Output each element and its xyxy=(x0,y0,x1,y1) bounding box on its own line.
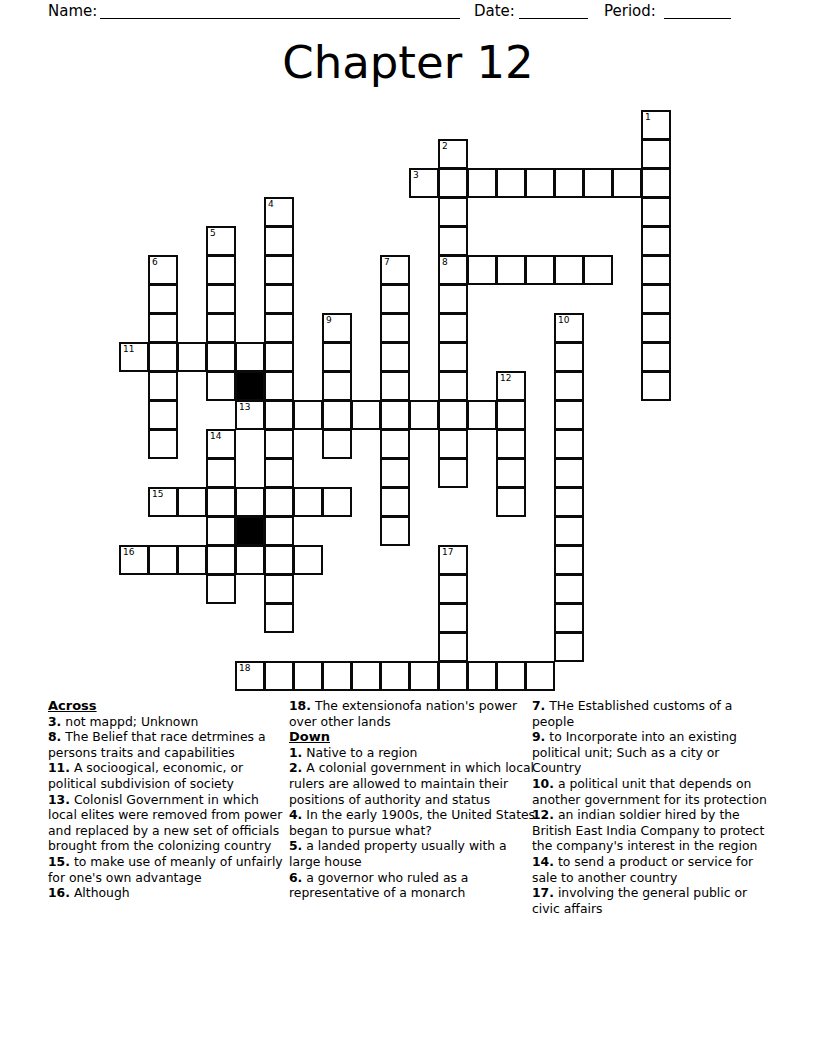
clue-12-down: 12. an indian soldier hired by the Briti… xyxy=(532,807,772,854)
grid-cell[interactable] xyxy=(641,168,671,198)
grid-cell[interactable] xyxy=(206,342,236,372)
grid-cell[interactable] xyxy=(206,313,236,343)
grid-cell[interactable] xyxy=(351,400,381,430)
clue-number: 14 xyxy=(210,431,221,441)
clue-number: 16 xyxy=(123,547,134,557)
grid-cell[interactable]: 10 xyxy=(554,313,584,343)
black-cell xyxy=(235,371,265,401)
grid-cell[interactable]: 12 xyxy=(496,371,526,401)
clue-number: 7 xyxy=(384,257,390,267)
grid-cell[interactable] xyxy=(438,168,468,198)
grid-cell[interactable]: 15 xyxy=(148,487,178,517)
grid-cell[interactable] xyxy=(206,574,236,604)
grid-cell[interactable] xyxy=(322,342,352,372)
grid-cell[interactable] xyxy=(264,661,294,691)
grid-cell[interactable] xyxy=(525,255,555,285)
grid-cell[interactable] xyxy=(177,545,207,575)
grid-cell[interactable] xyxy=(264,342,294,372)
grid-cell[interactable] xyxy=(496,487,526,517)
clue-number: 12 xyxy=(500,373,511,383)
clue-number: 6 xyxy=(152,257,158,267)
clue-number: 13 xyxy=(239,402,250,412)
grid-cell[interactable] xyxy=(264,313,294,343)
clue-2-down: 2. A colonial government in which local … xyxy=(289,760,538,807)
grid-cell[interactable]: 11 xyxy=(119,342,149,372)
grid-cell[interactable] xyxy=(496,400,526,430)
clue-6-down: 6. a governor who ruled as a representat… xyxy=(289,870,538,901)
clue-column-1: Across3. not mappd; Unknown8. The Belief… xyxy=(48,698,286,901)
clue-number: 3 xyxy=(413,170,419,180)
grid-cell[interactable] xyxy=(641,139,671,169)
grid-cell[interactable]: 17 xyxy=(438,545,468,575)
down-header: Down xyxy=(289,729,538,745)
clue-number: 5 xyxy=(210,228,216,238)
grid-cell[interactable] xyxy=(177,342,207,372)
grid-cell[interactable] xyxy=(554,371,584,401)
clue-13-across: 13. Colonisl Government in which local e… xyxy=(48,792,286,854)
grid-cell[interactable] xyxy=(264,603,294,633)
grid-cell[interactable] xyxy=(496,661,526,691)
grid-cell[interactable] xyxy=(322,661,352,691)
clue-1-down: 1. Native to a region xyxy=(289,745,538,761)
grid-cell[interactable]: 6 xyxy=(148,255,178,285)
clue-9-down: 9. to Incorporate into an existing polit… xyxy=(532,729,772,776)
grid-cell[interactable]: 3 xyxy=(409,168,439,198)
grid-cell[interactable] xyxy=(554,603,584,633)
grid-cell[interactable] xyxy=(293,661,323,691)
grid-cell[interactable] xyxy=(206,516,236,546)
page-title: Chapter 12 xyxy=(0,36,816,89)
worksheet-page: Name: Date: Period: Chapter 12 123456789… xyxy=(0,0,816,1056)
grid-cell[interactable] xyxy=(438,632,468,662)
grid-cell[interactable] xyxy=(554,400,584,430)
clue-number: 10 xyxy=(558,315,569,325)
clue-number: 18 xyxy=(239,663,250,673)
grid-cell[interactable] xyxy=(322,487,352,517)
grid-cell[interactable] xyxy=(583,255,613,285)
grid-cell[interactable] xyxy=(438,197,468,227)
grid-cell[interactable] xyxy=(438,313,468,343)
date-field[interactable] xyxy=(519,2,588,19)
grid-cell[interactable] xyxy=(554,255,584,285)
clue-15-across: 15. to make use of meanly of unfairly fo… xyxy=(48,854,286,885)
clue-10-down: 10. a political unit that depends on ano… xyxy=(532,776,772,807)
name-label: Name: xyxy=(48,2,97,20)
grid-cell[interactable] xyxy=(380,371,410,401)
grid-cell[interactable]: 4 xyxy=(264,197,294,227)
grid-cell[interactable] xyxy=(264,429,294,459)
grid-cell[interactable] xyxy=(641,284,671,314)
grid-cell[interactable] xyxy=(438,284,468,314)
grid-cell[interactable] xyxy=(351,661,381,691)
grid-cell[interactable] xyxy=(206,545,236,575)
clue-3-across: 3. not mappd; Unknown xyxy=(48,714,286,730)
grid-cell[interactable] xyxy=(525,661,555,691)
clue-number: 11 xyxy=(123,344,134,354)
clue-number: 1 xyxy=(645,112,651,122)
grid-cell[interactable] xyxy=(438,603,468,633)
grid-cell[interactable] xyxy=(554,632,584,662)
grid-cell[interactable] xyxy=(438,458,468,488)
grid-cell[interactable] xyxy=(148,342,178,372)
grid-cell[interactable] xyxy=(148,400,178,430)
grid-cell[interactable] xyxy=(148,371,178,401)
worksheet-header: Name: Date: Period: xyxy=(0,0,816,26)
grid-cell[interactable] xyxy=(438,226,468,256)
grid-cell[interactable] xyxy=(177,487,207,517)
grid-cell[interactable] xyxy=(496,458,526,488)
grid-cell[interactable] xyxy=(264,255,294,285)
grid-cell[interactable] xyxy=(612,168,642,198)
grid-cell[interactable] xyxy=(554,545,584,575)
clue-14-down: 14. to send a product or service for sal… xyxy=(532,854,772,885)
grid-cell[interactable] xyxy=(409,400,439,430)
date-label: Date: xyxy=(474,2,515,20)
grid-cell[interactable] xyxy=(380,487,410,517)
grid-cell[interactable] xyxy=(496,168,526,198)
grid-cell[interactable] xyxy=(380,284,410,314)
clue-number: 17 xyxy=(442,547,453,557)
grid-cell[interactable] xyxy=(322,371,352,401)
clue-number: 8 xyxy=(442,257,448,267)
grid-cell[interactable] xyxy=(554,458,584,488)
grid-cell[interactable]: 5 xyxy=(206,226,236,256)
grid-cell[interactable] xyxy=(554,342,584,372)
clue-number: 2 xyxy=(442,141,448,151)
period-label: Period: xyxy=(604,2,656,20)
clue-number: 9 xyxy=(326,315,332,325)
grid-cell[interactable]: 9 xyxy=(322,313,352,343)
grid-cell[interactable] xyxy=(554,168,584,198)
grid-cell[interactable] xyxy=(380,400,410,430)
grid-cell[interactable] xyxy=(264,284,294,314)
clue-column-2: 18. The extensionofa nation's power over… xyxy=(289,698,538,901)
grid-cell[interactable] xyxy=(148,545,178,575)
grid-cell[interactable] xyxy=(467,400,497,430)
grid-cell[interactable] xyxy=(264,516,294,546)
period-field[interactable] xyxy=(664,2,731,19)
grid-cell[interactable] xyxy=(235,342,265,372)
grid-cell[interactable] xyxy=(148,313,178,343)
clue-11-across: 11. A socioogical, economic, or politica… xyxy=(48,760,286,791)
black-cell xyxy=(235,516,265,546)
grid-cell[interactable] xyxy=(264,371,294,401)
grid-cell[interactable] xyxy=(264,458,294,488)
grid-cell[interactable] xyxy=(641,197,671,227)
name-field[interactable] xyxy=(100,2,460,19)
grid-cell[interactable] xyxy=(206,458,236,488)
clue-column-3: 7. THe Established customs of a people9.… xyxy=(532,698,772,916)
grid-cell[interactable] xyxy=(409,661,439,691)
grid-cell[interactable] xyxy=(264,574,294,604)
grid-cell[interactable] xyxy=(467,168,497,198)
grid-cell[interactable] xyxy=(264,400,294,430)
grid-cell[interactable] xyxy=(206,371,236,401)
across-header: Across xyxy=(48,698,286,714)
grid-cell[interactable] xyxy=(641,255,671,285)
grid-cell[interactable] xyxy=(554,574,584,604)
grid-cell[interactable] xyxy=(496,255,526,285)
grid-cell[interactable] xyxy=(380,516,410,546)
grid-cell[interactable] xyxy=(148,429,178,459)
grid-cell[interactable] xyxy=(206,284,236,314)
grid-cell[interactable] xyxy=(496,429,526,459)
grid-cell[interactable] xyxy=(641,371,671,401)
grid-cell[interactable] xyxy=(525,168,555,198)
grid-cell[interactable]: 1 xyxy=(641,110,671,140)
grid-cell[interactable] xyxy=(438,371,468,401)
grid-cell[interactable] xyxy=(380,429,410,459)
grid-cell[interactable]: 16 xyxy=(119,545,149,575)
grid-cell[interactable] xyxy=(554,429,584,459)
grid-cell[interactable]: 2 xyxy=(438,139,468,169)
clue-16-across: 16. Although xyxy=(48,885,286,901)
grid-cell[interactable] xyxy=(438,661,468,691)
grid-cell[interactable] xyxy=(438,429,468,459)
grid-cell[interactable] xyxy=(322,400,352,430)
grid-cell[interactable] xyxy=(264,545,294,575)
grid-cell[interactable]: 7 xyxy=(380,255,410,285)
grid-cell[interactable] xyxy=(264,226,294,256)
grid-cell[interactable] xyxy=(235,487,265,517)
grid-cell[interactable] xyxy=(438,342,468,372)
clue-17-down: 17. involving the general public or civi… xyxy=(532,885,772,916)
clue-8-across: 8. The Belief that race detrmines a pers… xyxy=(48,729,286,760)
grid-cell[interactable] xyxy=(467,661,497,691)
grid-cell[interactable] xyxy=(641,342,671,372)
grid-cell[interactable] xyxy=(264,487,294,517)
grid-cell[interactable] xyxy=(380,661,410,691)
grid-cell[interactable] xyxy=(438,400,468,430)
grid-cell[interactable] xyxy=(438,574,468,604)
grid-cell[interactable]: 13 xyxy=(235,400,265,430)
grid-cell[interactable] xyxy=(380,342,410,372)
grid-cell[interactable] xyxy=(380,458,410,488)
grid-cell[interactable]: 18 xyxy=(235,661,265,691)
clue-18-across: 18. The extensionofa nation's power over… xyxy=(289,698,538,729)
grid-cell[interactable] xyxy=(554,516,584,546)
grid-cell[interactable] xyxy=(235,545,265,575)
crossword-grid: 123456789101112131415161718 xyxy=(119,110,672,692)
grid-cell[interactable] xyxy=(293,487,323,517)
clue-7-down: 7. THe Established customs of a people xyxy=(532,698,772,729)
grid-cell[interactable] xyxy=(641,226,671,256)
clue-number: 4 xyxy=(268,199,274,209)
grid-cell[interactable] xyxy=(206,487,236,517)
grid-cell[interactable] xyxy=(554,487,584,517)
grid-cell[interactable] xyxy=(148,284,178,314)
grid-cell[interactable] xyxy=(467,255,497,285)
grid-cell[interactable] xyxy=(206,255,236,285)
grid-cell[interactable] xyxy=(322,429,352,459)
grid-cell[interactable] xyxy=(293,400,323,430)
grid-cell[interactable] xyxy=(641,313,671,343)
grid-cell[interactable]: 8 xyxy=(438,255,468,285)
grid-cell[interactable] xyxy=(380,313,410,343)
clue-5-down: 5. a landed property usually with a larg… xyxy=(289,838,538,869)
grid-cell[interactable]: 14 xyxy=(206,429,236,459)
clue-4-down: 4. In the early 1900s, the United States… xyxy=(289,807,538,838)
clue-number: 15 xyxy=(152,489,163,499)
grid-cell[interactable] xyxy=(293,545,323,575)
grid-cell[interactable] xyxy=(583,168,613,198)
